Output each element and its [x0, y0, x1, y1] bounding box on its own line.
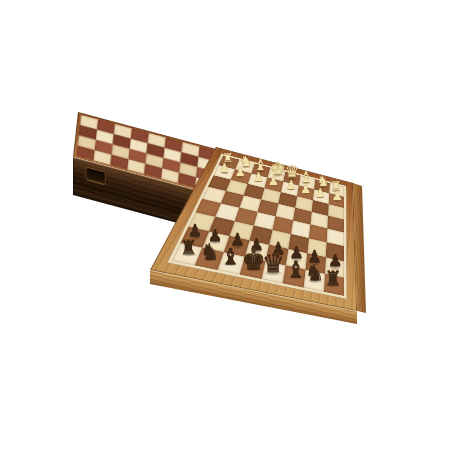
- piece-black-knight[interactable]: ♞: [305, 263, 325, 285]
- piece-black-rook[interactable]: ♜: [324, 268, 342, 288]
- piece-white-pawn[interactable]: ♟: [286, 179, 297, 191]
- piece-white-pawn[interactable]: ♟: [235, 166, 246, 178]
- piece-white-pawn[interactable]: ♟: [315, 187, 326, 199]
- chess-set-photo: ♜♞♝♚♛♝♞♜♟♟♟♟♟♟♟♟♟♟♟♟♟♟♟♟♜♞♝♚♛♝♞♜: [0, 0, 458, 458]
- piece-white-pawn[interactable]: ♟: [300, 183, 311, 195]
- piece-black-bishop[interactable]: ♝: [220, 245, 240, 268]
- piece-white-pawn[interactable]: ♟: [332, 190, 343, 202]
- piece-black-bishop[interactable]: ♝: [286, 258, 306, 281]
- piece-black-knight[interactable]: ♞: [200, 241, 220, 263]
- piece-white-pawn[interactable]: ♟: [268, 175, 279, 187]
- pieces-layer: ♜♞♝♚♛♝♞♜♟♟♟♟♟♟♟♟♟♟♟♟♟♟♟♟♜♞♝♚♛♝♞♜: [0, 0, 458, 458]
- piece-black-rook[interactable]: ♜: [180, 238, 198, 258]
- piece-white-pawn[interactable]: ♟: [253, 171, 264, 183]
- piece-white-pawn[interactable]: ♟: [219, 162, 230, 174]
- piece-black-queen[interactable]: ♛: [262, 251, 285, 277]
